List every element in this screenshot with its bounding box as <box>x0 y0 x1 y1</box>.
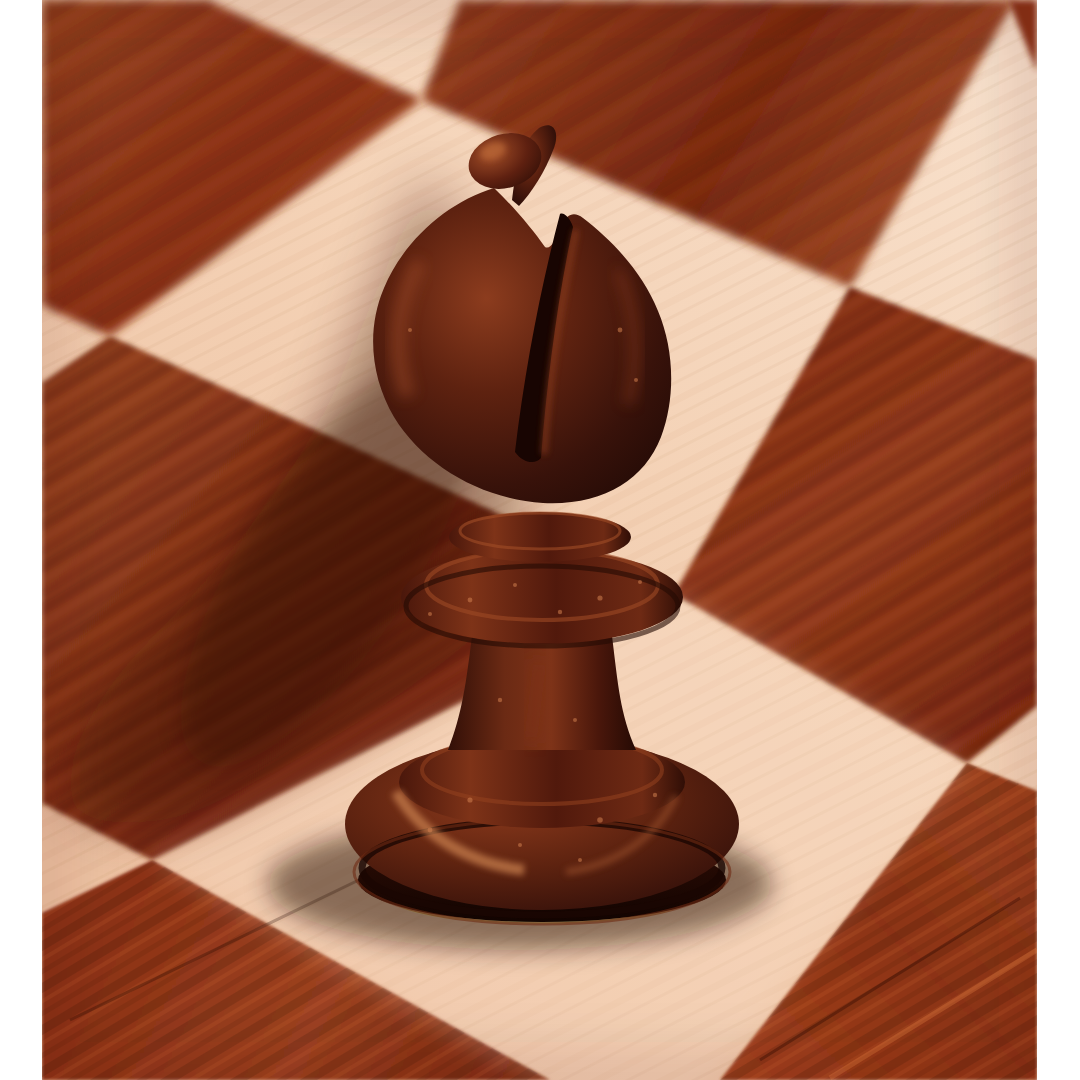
board-photo-area <box>0 0 1037 1080</box>
right-margin <box>1037 0 1080 1080</box>
left-margin <box>0 0 42 1080</box>
chess-photo <box>0 0 1080 1080</box>
photo-stage <box>0 0 1080 1080</box>
stem-sheen <box>530 660 540 742</box>
